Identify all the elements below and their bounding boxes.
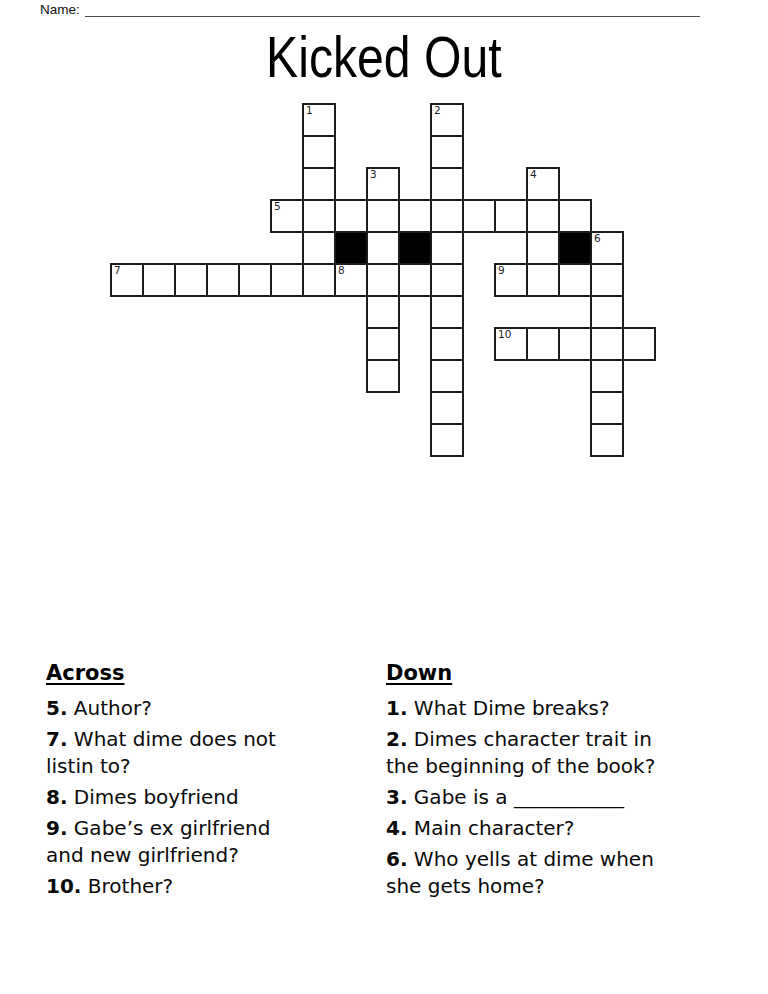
down-clue-6: 6. Who yells at dime when she gets home?	[386, 846, 722, 900]
clue-text: Dimes character trait in the beginning o…	[386, 727, 655, 778]
across-clue-7: 7. What dime does not listin to?	[46, 726, 386, 780]
down-clue-4: 4. Main character?	[386, 815, 722, 842]
across-clues-list: 5. Author?7. What dime does not listin t…	[46, 695, 386, 900]
clue-number-label: 7.	[46, 727, 68, 751]
grid-cell-r2c13[interactable]: 4	[526, 167, 560, 201]
grid-cell-r4c6[interactable]	[302, 231, 336, 265]
clue-number-label: 8.	[46, 785, 68, 809]
grid-cell-r5c8[interactable]	[366, 263, 400, 297]
clue-text: Dimes boyfriend	[68, 785, 239, 809]
grid-cell-r1c10[interactable]	[430, 135, 464, 169]
down-header: Down	[386, 661, 722, 685]
grid-cell-r5c13[interactable]	[526, 263, 560, 297]
grid-cell-r5c10[interactable]	[430, 263, 464, 297]
clue-number-label: 5.	[46, 696, 68, 720]
grid-cell-r4c15[interactable]: 6	[590, 231, 624, 265]
grid-cell-r2c6[interactable]	[302, 167, 336, 201]
down-clue-1: 1. What Dime breaks?	[386, 695, 722, 722]
page-title: Kicked Out	[266, 28, 501, 86]
across-header: Across	[46, 661, 386, 685]
name-label: Name:	[40, 2, 80, 17]
grid-cell-r3c13[interactable]	[526, 199, 560, 233]
clue-number-label: 9.	[46, 816, 68, 840]
black-cell	[558, 231, 592, 265]
grid-cell-r5c4[interactable]	[238, 263, 272, 297]
clue-number-label: 1.	[386, 696, 408, 720]
worksheet-page: Name: Kicked Out 12345678910 Across 5. A…	[0, 0, 768, 994]
crossword-grid: 12345678910	[111, 104, 655, 456]
grid-cell-r3c10[interactable]	[430, 199, 464, 233]
grid-cell-r5c15[interactable]	[590, 263, 624, 297]
grid-cell-r5c1[interactable]	[142, 263, 176, 297]
cell-number-4: 4	[530, 169, 537, 180]
clue-number-label: 4.	[386, 816, 408, 840]
clue-text: What dime does not listin to?	[46, 727, 276, 778]
grid-cell-r4c8[interactable]	[366, 231, 400, 265]
clue-number-label: 6.	[386, 847, 408, 871]
grid-cell-r5c12[interactable]: 9	[494, 263, 528, 297]
grid-cell-r5c5[interactable]	[270, 263, 304, 297]
grid-cell-r5c2[interactable]	[174, 263, 208, 297]
grid-cell-r10c15[interactable]	[590, 423, 624, 457]
grid-cell-r3c9[interactable]	[398, 199, 432, 233]
grid-cell-r7c10[interactable]	[430, 327, 464, 361]
across-clues-column: Across 5. Author?7. What dime does not l…	[46, 661, 386, 904]
grid-cell-r3c14[interactable]	[558, 199, 592, 233]
grid-cell-r3c6[interactable]	[302, 199, 336, 233]
grid-cell-r7c15[interactable]	[590, 327, 624, 361]
cell-number-9: 9	[498, 265, 505, 276]
grid-cell-r5c6[interactable]	[302, 263, 336, 297]
name-row: Name:	[40, 2, 700, 17]
clue-number-label: 10.	[46, 874, 81, 898]
grid-cell-r6c15[interactable]	[590, 295, 624, 329]
grid-cell-r5c7[interactable]: 8	[334, 263, 368, 297]
grid-cell-r1c6[interactable]	[302, 135, 336, 169]
grid-cell-r3c5[interactable]: 5	[270, 199, 304, 233]
cell-number-8: 8	[338, 265, 345, 276]
clue-text: Gabe’s ex girlfriend and new girlfriend?	[46, 816, 270, 867]
grid-cell-r5c9[interactable]	[398, 263, 432, 297]
title-wrap: Kicked Out	[0, 28, 768, 86]
grid-cell-r3c11[interactable]	[462, 199, 496, 233]
cell-number-6: 6	[594, 233, 601, 244]
clue-text: Brother?	[81, 874, 173, 898]
down-clues-column: Down 1. What Dime breaks?2. Dimes charac…	[386, 661, 722, 904]
grid-cell-r3c7[interactable]	[334, 199, 368, 233]
grid-cell-r7c14[interactable]	[558, 327, 592, 361]
grid-cell-r8c10[interactable]	[430, 359, 464, 393]
grid-cell-r4c13[interactable]	[526, 231, 560, 265]
grid-cell-r3c8[interactable]	[366, 199, 400, 233]
grid-cell-r8c8[interactable]	[366, 359, 400, 393]
clue-number-label: 3.	[386, 785, 408, 809]
grid-cell-r5c3[interactable]	[206, 263, 240, 297]
grid-cell-r5c0[interactable]: 7	[110, 263, 144, 297]
clue-text: Author?	[68, 696, 152, 720]
grid-cell-r6c10[interactable]	[430, 295, 464, 329]
across-clue-8: 8. Dimes boyfriend	[46, 784, 386, 811]
cell-number-3: 3	[370, 169, 377, 180]
down-clue-2: 2. Dimes character trait in the beginnin…	[386, 726, 722, 780]
grid-cell-r0c6[interactable]: 1	[302, 103, 336, 137]
cell-number-1: 1	[306, 105, 313, 116]
grid-cell-r9c15[interactable]	[590, 391, 624, 425]
cell-number-5: 5	[274, 201, 281, 212]
clue-text: Gabe is a ___________	[408, 785, 624, 809]
across-clue-9: 9. Gabe’s ex girlfriend and new girlfrie…	[46, 815, 386, 869]
clue-text: What Dime breaks?	[408, 696, 610, 720]
grid-cell-r3c12[interactable]	[494, 199, 528, 233]
down-clue-3: 3. Gabe is a ___________	[386, 784, 722, 811]
grid-cell-r2c10[interactable]	[430, 167, 464, 201]
cell-number-2: 2	[434, 105, 441, 116]
clue-text: Who yells at dime when she gets home?	[386, 847, 654, 898]
clue-number-label: 2.	[386, 727, 408, 751]
down-clues-list: 1. What Dime breaks?2. Dimes character t…	[386, 695, 722, 900]
grid-cell-r8c15[interactable]	[590, 359, 624, 393]
across-clue-10: 10. Brother?	[46, 873, 386, 900]
clues-section: Across 5. Author?7. What dime does not l…	[46, 661, 722, 904]
grid-cell-r5c14[interactable]	[558, 263, 592, 297]
cell-number-10: 10	[498, 329, 511, 340]
cell-number-7: 7	[114, 265, 121, 276]
grid-cell-r0c10[interactable]: 2	[430, 103, 464, 137]
black-cell	[398, 231, 432, 265]
clue-text: Main character?	[408, 816, 575, 840]
grid-cell-r7c12[interactable]: 10	[494, 327, 528, 361]
grid-cell-r6c8[interactable]	[366, 295, 400, 329]
black-cell	[334, 231, 368, 265]
across-clue-5: 5. Author?	[46, 695, 386, 722]
grid-cell-r9c10[interactable]	[430, 391, 464, 425]
grid-cell-r2c8[interactable]: 3	[366, 167, 400, 201]
grid-cell-r4c10[interactable]	[430, 231, 464, 265]
name-blank-line	[85, 2, 700, 17]
grid-cell-r7c13[interactable]	[526, 327, 560, 361]
grid-cell-r10c10[interactable]	[430, 423, 464, 457]
grid-cell-r7c16[interactable]	[622, 327, 656, 361]
grid-cell-r7c8[interactable]	[366, 327, 400, 361]
